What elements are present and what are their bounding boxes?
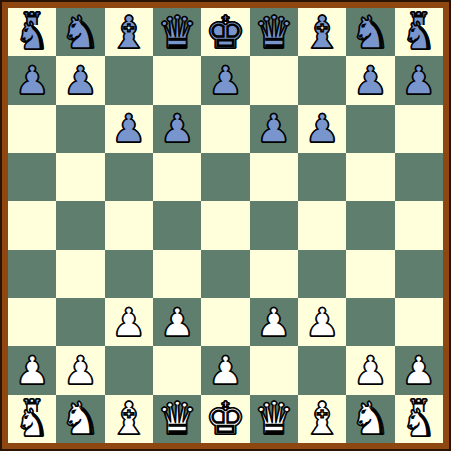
- square-c8[interactable]: [105, 56, 153, 104]
- square-b8[interactable]: ♟: [56, 56, 104, 104]
- square-a3[interactable]: [8, 298, 56, 346]
- square-h8[interactable]: ♟: [346, 56, 394, 104]
- square-c9[interactable]: ♝: [105, 8, 153, 56]
- square-g1[interactable]: ♝: [298, 395, 346, 443]
- square-i1[interactable]: ♜♞: [395, 395, 443, 443]
- square-d9[interactable]: ♛: [153, 8, 201, 56]
- square-b1[interactable]: ♞: [56, 395, 104, 443]
- square-b4[interactable]: [56, 250, 104, 298]
- piece-black-bishop[interactable]: ♝: [302, 10, 342, 55]
- square-i7[interactable]: [395, 105, 443, 153]
- square-h9[interactable]: ♞: [346, 8, 394, 56]
- square-e8[interactable]: ♟: [201, 56, 249, 104]
- piece-white-pawn[interactable]: ♟: [111, 303, 146, 342]
- square-d2[interactable]: [153, 346, 201, 394]
- square-b5[interactable]: [56, 201, 104, 249]
- square-c3[interactable]: ♟: [105, 298, 153, 346]
- piece-black-pawn[interactable]: ♟: [401, 61, 436, 100]
- square-b7[interactable]: [56, 105, 104, 153]
- piece-black-queen[interactable]: ♛: [157, 10, 197, 55]
- square-h6[interactable]: [346, 153, 394, 201]
- square-f1[interactable]: ♛: [250, 395, 298, 443]
- piece-white-pawn[interactable]: ♟: [353, 351, 388, 390]
- square-f9[interactable]: ♛: [250, 8, 298, 56]
- square-a8[interactable]: ♟: [8, 56, 56, 104]
- square-e1[interactable]: ♚: [201, 395, 249, 443]
- piece-black-chancellor[interactable]: ♜♞: [395, 8, 443, 56]
- square-h3[interactable]: [346, 298, 394, 346]
- piece-white-bishop[interactable]: ♝: [109, 396, 149, 441]
- square-c2[interactable]: [105, 346, 153, 394]
- board-frame: ♜♞♞♝♛♚♛♝♞♜♞♟♟♟♟♟♟♟♟♟♟♟♟♟♟♟♟♟♟♜♞♞♝♛♚♛♝♞♜♞: [0, 0, 451, 451]
- square-d3[interactable]: ♟: [153, 298, 201, 346]
- square-e6[interactable]: [201, 153, 249, 201]
- piece-white-bishop[interactable]: ♝: [302, 396, 342, 441]
- piece-black-queen[interactable]: ♛: [254, 10, 294, 55]
- piece-white-pawn[interactable]: ♟: [305, 303, 340, 342]
- square-g8[interactable]: [298, 56, 346, 104]
- square-h4[interactable]: [346, 250, 394, 298]
- square-i2[interactable]: ♟: [395, 346, 443, 394]
- square-a2[interactable]: ♟: [8, 346, 56, 394]
- square-g3[interactable]: ♟: [298, 298, 346, 346]
- piece-black-chancellor[interactable]: ♜♞: [8, 8, 56, 56]
- square-e4[interactable]: [201, 250, 249, 298]
- piece-black-bishop[interactable]: ♝: [109, 10, 149, 55]
- square-d8[interactable]: [153, 56, 201, 104]
- piece-white-pawn[interactable]: ♟: [160, 303, 195, 342]
- square-h5[interactable]: [346, 201, 394, 249]
- piece-white-chancellor[interactable]: ♜♞: [8, 395, 56, 443]
- piece-black-pawn[interactable]: ♟: [15, 61, 50, 100]
- square-d4[interactable]: [153, 250, 201, 298]
- piece-black-pawn[interactable]: ♟: [208, 61, 243, 100]
- piece-white-queen[interactable]: ♛: [157, 396, 197, 441]
- piece-black-pawn[interactable]: ♟: [305, 109, 340, 148]
- square-h1[interactable]: ♞: [346, 395, 394, 443]
- square-a7[interactable]: [8, 105, 56, 153]
- piece-white-pawn[interactable]: ♟: [63, 351, 98, 390]
- square-c4[interactable]: [105, 250, 153, 298]
- square-a5[interactable]: [8, 201, 56, 249]
- square-i3[interactable]: [395, 298, 443, 346]
- piece-white-queen[interactable]: ♛: [254, 396, 294, 441]
- square-a6[interactable]: [8, 153, 56, 201]
- square-i6[interactable]: [395, 153, 443, 201]
- square-g5[interactable]: [298, 201, 346, 249]
- square-g2[interactable]: [298, 346, 346, 394]
- square-d5[interactable]: [153, 201, 201, 249]
- piece-white-pawn[interactable]: ♟: [15, 351, 50, 390]
- square-f6[interactable]: [250, 153, 298, 201]
- square-i4[interactable]: [395, 250, 443, 298]
- square-i9[interactable]: ♜♞: [395, 8, 443, 56]
- piece-black-pawn[interactable]: ♟: [111, 109, 146, 148]
- square-a4[interactable]: [8, 250, 56, 298]
- square-f5[interactable]: [250, 201, 298, 249]
- square-e2[interactable]: ♟: [201, 346, 249, 394]
- square-g6[interactable]: [298, 153, 346, 201]
- square-i5[interactable]: [395, 201, 443, 249]
- square-f7[interactable]: ♟: [250, 105, 298, 153]
- piece-white-king[interactable]: ♚: [205, 396, 245, 441]
- square-c1[interactable]: ♝: [105, 395, 153, 443]
- white-chancellor-horse-icon: ♞: [402, 404, 436, 442]
- square-d7[interactable]: ♟: [153, 105, 201, 153]
- square-i8[interactable]: ♟: [395, 56, 443, 104]
- piece-black-king[interactable]: ♚: [205, 10, 245, 55]
- square-f4[interactable]: [250, 250, 298, 298]
- piece-white-pawn[interactable]: ♟: [256, 303, 291, 342]
- square-c7[interactable]: ♟: [105, 105, 153, 153]
- piece-white-chancellor[interactable]: ♜♞: [395, 395, 443, 443]
- square-c5[interactable]: [105, 201, 153, 249]
- piece-black-knight[interactable]: ♞: [350, 10, 390, 55]
- square-h7[interactable]: [346, 105, 394, 153]
- square-e9[interactable]: ♚: [201, 8, 249, 56]
- piece-white-knight[interactable]: ♞: [350, 396, 390, 441]
- square-d6[interactable]: [153, 153, 201, 201]
- square-c6[interactable]: [105, 153, 153, 201]
- piece-black-knight[interactable]: ♞: [60, 10, 100, 55]
- square-e3[interactable]: [201, 298, 249, 346]
- chessboard: ♜♞♞♝♛♚♛♝♞♜♞♟♟♟♟♟♟♟♟♟♟♟♟♟♟♟♟♟♟♜♞♞♝♛♚♛♝♞♜♞: [8, 8, 443, 443]
- square-b2[interactable]: ♟: [56, 346, 104, 394]
- piece-black-pawn[interactable]: ♟: [256, 109, 291, 148]
- black-chancellor-horse-icon: ♞: [402, 17, 436, 55]
- piece-white-knight[interactable]: ♞: [60, 396, 100, 441]
- white-chancellor-horse-icon: ♞: [15, 404, 49, 442]
- square-g4[interactable]: [298, 250, 346, 298]
- square-b9[interactable]: ♞: [56, 8, 104, 56]
- piece-black-pawn[interactable]: ♟: [63, 61, 98, 100]
- square-g9[interactable]: ♝: [298, 8, 346, 56]
- square-f2[interactable]: [250, 346, 298, 394]
- square-e5[interactable]: [201, 201, 249, 249]
- piece-black-pawn[interactable]: ♟: [353, 61, 388, 100]
- piece-white-pawn[interactable]: ♟: [208, 351, 243, 390]
- square-e7[interactable]: [201, 105, 249, 153]
- square-a9[interactable]: ♜♞: [8, 8, 56, 56]
- square-h2[interactable]: ♟: [346, 346, 394, 394]
- piece-white-pawn[interactable]: ♟: [401, 351, 436, 390]
- square-f3[interactable]: ♟: [250, 298, 298, 346]
- square-b3[interactable]: [56, 298, 104, 346]
- piece-black-pawn[interactable]: ♟: [160, 109, 195, 148]
- square-f8[interactable]: [250, 56, 298, 104]
- square-b6[interactable]: [56, 153, 104, 201]
- black-chancellor-horse-icon: ♞: [15, 17, 49, 55]
- square-d1[interactable]: ♛: [153, 395, 201, 443]
- square-a1[interactable]: ♜♞: [8, 395, 56, 443]
- square-g7[interactable]: ♟: [298, 105, 346, 153]
